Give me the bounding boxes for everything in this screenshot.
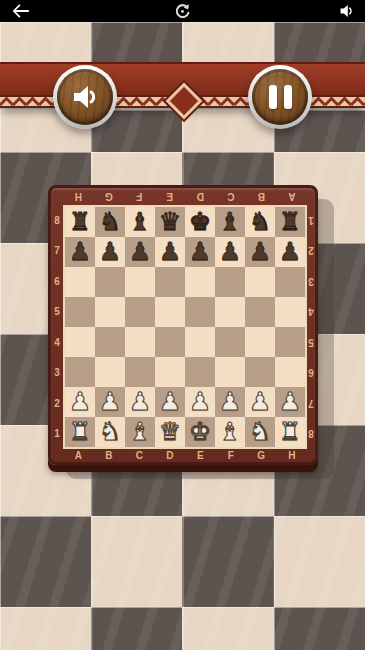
white-knight: ♞ <box>99 419 121 444</box>
square-g8[interactable]: ♞ <box>245 207 275 237</box>
rank-label-5: 5 <box>51 297 63 328</box>
square-e2[interactable]: ♟ <box>185 387 215 417</box>
file-label-h: H <box>277 449 308 462</box>
square-c1[interactable]: ♝ <box>125 417 155 447</box>
rank-label-8: 8 <box>51 205 63 236</box>
square-d8[interactable]: ♛ <box>155 207 185 237</box>
square-g5[interactable] <box>245 297 275 327</box>
restart-button[interactable] <box>169 0 195 22</box>
wood-button-face <box>252 69 308 125</box>
square-d1[interactable]: ♛ <box>155 417 185 447</box>
bg-row <box>0 516 365 608</box>
rank-label-4: 4 <box>51 327 63 358</box>
square-h5[interactable] <box>275 297 305 327</box>
square-a2[interactable]: ♟ <box>65 387 95 417</box>
white-knight: ♞ <box>249 419 271 444</box>
square-e5[interactable] <box>185 297 215 327</box>
square-d2[interactable]: ♟ <box>155 387 185 417</box>
rank-label-1: 1 <box>51 419 63 450</box>
rank-label-6: 6 <box>51 266 63 297</box>
rank-label-3: 3 <box>51 358 63 389</box>
rank-label-7: 7 <box>307 388 315 419</box>
white-pawn: ♟ <box>279 389 301 414</box>
white-pawn: ♟ <box>159 389 181 414</box>
square-a1[interactable]: ♜ <box>65 417 95 447</box>
file-label-c: C <box>124 449 155 462</box>
square-c5[interactable] <box>125 297 155 327</box>
black-bishop: ♝ <box>129 209 151 234</box>
black-knight: ♞ <box>249 209 271 234</box>
black-pawn: ♟ <box>99 239 121 264</box>
bg-row <box>0 607 365 650</box>
white-pawn: ♟ <box>219 389 241 414</box>
square-f5[interactable] <box>215 297 245 327</box>
square-f6[interactable] <box>215 267 245 297</box>
square-g3[interactable] <box>245 357 275 387</box>
square-a8[interactable]: ♜ <box>65 207 95 237</box>
black-queen: ♛ <box>159 209 181 234</box>
square-g6[interactable] <box>245 267 275 297</box>
square-e3[interactable] <box>185 357 215 387</box>
square-c4[interactable] <box>125 327 155 357</box>
white-pawn: ♟ <box>69 389 91 414</box>
square-d5[interactable] <box>155 297 185 327</box>
file-label-a: A <box>277 188 308 205</box>
board-frame: ABCDEFGH 87654321 ♜♞♝♛♚♝♞♜♟♟♟♟♟♟♟♟♟♟♟♟♟♟… <box>48 185 318 465</box>
rank-label-6: 6 <box>307 358 315 389</box>
square-c6[interactable] <box>125 267 155 297</box>
square-a3[interactable] <box>65 357 95 387</box>
square-b2[interactable]: ♟ <box>95 387 125 417</box>
chess-board: ABCDEFGH 87654321 ♜♞♝♛♚♝♞♜♟♟♟♟♟♟♟♟♟♟♟♟♟♟… <box>48 185 318 465</box>
file-label-d: D <box>185 188 216 205</box>
square-g1[interactable]: ♞ <box>245 417 275 447</box>
square-b6[interactable] <box>95 267 125 297</box>
pause-icon <box>269 85 292 109</box>
black-bishop: ♝ <box>219 209 241 234</box>
square-d3[interactable] <box>155 357 185 387</box>
black-rook: ♜ <box>279 209 301 234</box>
square-c2[interactable]: ♟ <box>125 387 155 417</box>
pause-button[interactable] <box>248 65 312 129</box>
white-pawn: ♟ <box>99 389 121 414</box>
square-a6[interactable] <box>65 267 95 297</box>
sound-button[interactable] <box>53 65 117 129</box>
square-a7[interactable]: ♟ <box>65 237 95 267</box>
file-label-f: F <box>216 449 247 462</box>
bg-row <box>0 22 365 63</box>
system-volume-button[interactable] <box>334 0 360 22</box>
black-king: ♚ <box>189 209 211 234</box>
game-screen: ABCDEFGH 87654321 ♜♞♝♛♚♝♞♜♟♟♟♟♟♟♟♟♟♟♟♟♟♟… <box>0 0 365 650</box>
black-pawn: ♟ <box>279 239 301 264</box>
rank-label-2: 2 <box>51 388 63 419</box>
rank-label-2: 2 <box>307 236 315 267</box>
black-pawn: ♟ <box>69 239 91 264</box>
file-label-h: H <box>63 188 94 205</box>
file-label-f: F <box>124 188 155 205</box>
white-pawn: ♟ <box>249 389 271 414</box>
file-label-g: G <box>94 188 125 205</box>
refresh-icon <box>174 3 191 20</box>
square-g2[interactable]: ♟ <box>245 387 275 417</box>
square-a4[interactable] <box>65 327 95 357</box>
square-b4[interactable] <box>95 327 125 357</box>
square-d6[interactable] <box>155 267 185 297</box>
square-h8[interactable]: ♜ <box>275 207 305 237</box>
black-rook: ♜ <box>69 209 91 234</box>
rank-label-3: 3 <box>307 266 315 297</box>
rank-label-1: 1 <box>307 205 315 236</box>
black-pawn: ♟ <box>219 239 241 264</box>
white-queen: ♛ <box>159 419 181 444</box>
square-g4[interactable] <box>245 327 275 357</box>
black-knight: ♞ <box>99 209 121 234</box>
square-h1[interactable]: ♜ <box>275 417 305 447</box>
black-pawn: ♟ <box>249 239 271 264</box>
file-label-c: C <box>216 188 247 205</box>
white-bishop: ♝ <box>129 419 151 444</box>
square-c8[interactable]: ♝ <box>125 207 155 237</box>
file-label-d: D <box>155 449 186 462</box>
black-pawn: ♟ <box>189 239 211 264</box>
black-pawn: ♟ <box>159 239 181 264</box>
square-h2[interactable]: ♟ <box>275 387 305 417</box>
white-rook: ♜ <box>279 419 301 444</box>
file-label-a: A <box>63 449 94 462</box>
square-f2[interactable]: ♟ <box>215 387 245 417</box>
square-h3[interactable] <box>275 357 305 387</box>
square-e8[interactable]: ♚ <box>185 207 215 237</box>
file-label-g: G <box>246 449 277 462</box>
square-d7[interactable]: ♟ <box>155 237 185 267</box>
square-d4[interactable] <box>155 327 185 357</box>
rank-label-7: 7 <box>51 236 63 267</box>
square-e1[interactable]: ♚ <box>185 417 215 447</box>
file-label-b: B <box>94 449 125 462</box>
square-f8[interactable]: ♝ <box>215 207 245 237</box>
square-b1[interactable]: ♞ <box>95 417 125 447</box>
white-pawn: ♟ <box>189 389 211 414</box>
black-pawn: ♟ <box>129 239 151 264</box>
board-squares: ♜♞♝♛♚♝♞♜♟♟♟♟♟♟♟♟♟♟♟♟♟♟♟♟♜♞♝♛♚♝♞♜ <box>63 205 307 449</box>
square-b8[interactable]: ♞ <box>95 207 125 237</box>
square-h4[interactable] <box>275 327 305 357</box>
square-b7[interactable]: ♟ <box>95 237 125 267</box>
square-a5[interactable] <box>65 297 95 327</box>
square-b5[interactable] <box>95 297 125 327</box>
square-c7[interactable]: ♟ <box>125 237 155 267</box>
square-h7[interactable]: ♟ <box>275 237 305 267</box>
square-h6[interactable] <box>275 267 305 297</box>
file-labels-bottom: ABCDEFGH <box>63 449 307 462</box>
file-label-e: E <box>185 449 216 462</box>
file-labels-top: ABCDEFGH <box>63 188 307 205</box>
file-label-b: B <box>246 188 277 205</box>
square-e4[interactable] <box>185 327 215 357</box>
square-c3[interactable] <box>125 357 155 387</box>
rank-label-4: 4 <box>307 297 315 328</box>
square-f1[interactable]: ♝ <box>215 417 245 447</box>
rank-labels-right: 87654321 <box>307 205 315 449</box>
wood-button-face <box>57 69 113 125</box>
white-pawn: ♟ <box>129 389 151 414</box>
back-button[interactable] <box>8 0 34 22</box>
square-e7[interactable]: ♟ <box>185 237 215 267</box>
file-label-e: E <box>155 188 186 205</box>
square-b3[interactable] <box>95 357 125 387</box>
volume-icon <box>339 4 355 18</box>
square-f7[interactable]: ♟ <box>215 237 245 267</box>
rank-label-8: 8 <box>307 419 315 450</box>
white-rook: ♜ <box>69 419 91 444</box>
square-g7[interactable]: ♟ <box>245 237 275 267</box>
top-bar <box>0 0 365 22</box>
white-king: ♚ <box>189 419 211 444</box>
white-bishop: ♝ <box>219 419 241 444</box>
rank-label-5: 5 <box>307 327 315 358</box>
square-f4[interactable] <box>215 327 245 357</box>
speaker-icon <box>70 84 100 110</box>
square-f3[interactable] <box>215 357 245 387</box>
back-arrow-icon <box>11 3 31 19</box>
square-e6[interactable] <box>185 267 215 297</box>
rank-labels-left: 87654321 <box>51 205 63 449</box>
